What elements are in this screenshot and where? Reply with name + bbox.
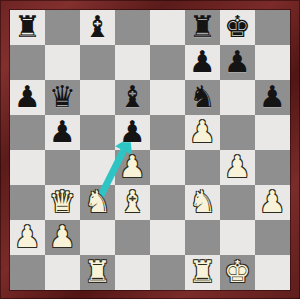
square-c2[interactable] [80,220,115,255]
square-g1[interactable]: ♚ [220,255,255,290]
square-d5[interactable]: ♟ [115,115,150,150]
square-a8[interactable]: ♜ [10,10,45,45]
square-f8[interactable]: ♜ [185,10,220,45]
white-pawn[interactable]: ♟ [255,185,290,220]
black-pawn[interactable]: ♟ [220,45,255,80]
square-e6[interactable] [150,80,185,115]
square-c5[interactable] [80,115,115,150]
square-f4[interactable] [185,150,220,185]
square-b2[interactable]: ♟ [45,220,80,255]
black-pawn[interactable]: ♟ [115,115,150,150]
black-pawn[interactable]: ♟ [45,115,80,150]
white-pawn[interactable]: ♟ [115,150,150,185]
black-king[interactable]: ♚ [220,10,255,45]
square-h5[interactable] [255,115,290,150]
white-bishop[interactable]: ♝ [115,185,150,220]
white-knight[interactable]: ♞ [80,185,115,220]
black-pawn[interactable]: ♟ [10,80,45,115]
white-knight[interactable]: ♞ [185,185,220,220]
white-pawn[interactable]: ♟ [10,220,45,255]
square-g3[interactable] [220,185,255,220]
square-f5[interactable]: ♟ [185,115,220,150]
white-pawn[interactable]: ♟ [220,150,255,185]
square-a4[interactable] [10,150,45,185]
square-c6[interactable] [80,80,115,115]
square-f2[interactable] [185,220,220,255]
square-a3[interactable] [10,185,45,220]
square-g6[interactable] [220,80,255,115]
square-d4[interactable]: ♟ [115,150,150,185]
square-d2[interactable] [115,220,150,255]
square-d8[interactable] [115,10,150,45]
square-f7[interactable]: ♟ [185,45,220,80]
square-g7[interactable]: ♟ [220,45,255,80]
square-a2[interactable]: ♟ [10,220,45,255]
black-bishop[interactable]: ♝ [80,10,115,45]
white-pawn[interactable]: ♟ [185,115,220,150]
black-rook[interactable]: ♜ [185,10,220,45]
square-e7[interactable] [150,45,185,80]
black-rook[interactable]: ♜ [10,10,45,45]
square-a5[interactable] [10,115,45,150]
chess-board: ♜♝♜♚♟♟♟♛♝♞♟♟♟♟♟♟♛♞♝♞♟♟♟♜♜♚ [10,10,290,290]
square-h4[interactable] [255,150,290,185]
black-bishop[interactable]: ♝ [115,80,150,115]
square-b1[interactable] [45,255,80,290]
square-g5[interactable] [220,115,255,150]
white-queen[interactable]: ♛ [45,185,80,220]
square-d1[interactable] [115,255,150,290]
square-h6[interactable]: ♟ [255,80,290,115]
square-h1[interactable] [255,255,290,290]
square-c3[interactable]: ♞ [80,185,115,220]
board-frame: ♜♝♜♚♟♟♟♛♝♞♟♟♟♟♟♟♛♞♝♞♟♟♟♜♜♚ [0,0,300,299]
white-rook[interactable]: ♜ [185,255,220,290]
square-d3[interactable]: ♝ [115,185,150,220]
square-h8[interactable] [255,10,290,45]
square-e2[interactable] [150,220,185,255]
square-f3[interactable]: ♞ [185,185,220,220]
square-f1[interactable]: ♜ [185,255,220,290]
square-c1[interactable]: ♜ [80,255,115,290]
square-b6[interactable]: ♛ [45,80,80,115]
square-b3[interactable]: ♛ [45,185,80,220]
white-pawn[interactable]: ♟ [45,220,80,255]
square-b8[interactable] [45,10,80,45]
square-e3[interactable] [150,185,185,220]
square-b5[interactable]: ♟ [45,115,80,150]
black-knight[interactable]: ♞ [185,80,220,115]
square-d6[interactable]: ♝ [115,80,150,115]
square-e1[interactable] [150,255,185,290]
square-h3[interactable]: ♟ [255,185,290,220]
square-c7[interactable] [80,45,115,80]
black-pawn[interactable]: ♟ [255,80,290,115]
black-pawn[interactable]: ♟ [185,45,220,80]
square-g2[interactable] [220,220,255,255]
square-g4[interactable]: ♟ [220,150,255,185]
square-d7[interactable] [115,45,150,80]
white-king[interactable]: ♚ [220,255,255,290]
square-c4[interactable] [80,150,115,185]
square-a6[interactable]: ♟ [10,80,45,115]
square-e8[interactable] [150,10,185,45]
square-h2[interactable] [255,220,290,255]
black-queen[interactable]: ♛ [45,80,80,115]
square-b7[interactable] [45,45,80,80]
square-c8[interactable]: ♝ [80,10,115,45]
square-f6[interactable]: ♞ [185,80,220,115]
square-b4[interactable] [45,150,80,185]
square-h7[interactable] [255,45,290,80]
square-e4[interactable] [150,150,185,185]
square-a1[interactable] [10,255,45,290]
square-a7[interactable] [10,45,45,80]
square-e5[interactable] [150,115,185,150]
square-g8[interactable]: ♚ [220,10,255,45]
white-rook[interactable]: ♜ [80,255,115,290]
